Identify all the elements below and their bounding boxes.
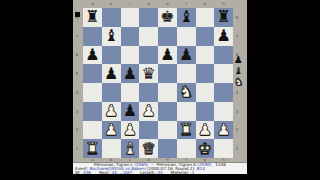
- rank-labels-left: 87654321: [73, 8, 83, 158]
- square-d7[interactable]: [139, 27, 158, 46]
- square-c4[interactable]: [121, 83, 140, 102]
- square-f6[interactable]: ♟: [177, 46, 196, 65]
- square-e5[interactable]: [158, 64, 177, 83]
- square-a8[interactable]: ♜: [83, 8, 102, 27]
- square-e8[interactable]: ♚: [158, 8, 177, 27]
- square-g5[interactable]: [196, 64, 215, 83]
- rank-label-1: 1: [233, 139, 241, 158]
- square-g7[interactable]: [196, 27, 215, 46]
- black-piece: ♟: [160, 46, 174, 64]
- file-label-g: g: [196, 0, 215, 8]
- white-piece: ♟: [198, 121, 212, 139]
- square-f2[interactable]: ♜: [177, 121, 196, 140]
- rank-label-8: 8: [73, 8, 81, 27]
- square-c3[interactable]: ♟: [121, 102, 140, 121]
- square-d5[interactable]: ♛: [139, 64, 158, 83]
- black-piece: ♜: [85, 8, 99, 26]
- square-g3[interactable]: [196, 102, 215, 121]
- black-piece: ♜: [216, 8, 230, 26]
- square-e3[interactable]: [158, 102, 177, 121]
- rank-label-7: 7: [73, 27, 81, 46]
- file-label-b: b: [102, 0, 121, 8]
- info-text: W:: [75, 170, 83, 174]
- white-piece: ♟: [216, 121, 230, 139]
- square-d4[interactable]: [139, 83, 158, 102]
- square-f1[interactable]: [177, 139, 196, 158]
- info-text: Next:: [91, 170, 111, 174]
- square-e2[interactable]: [158, 121, 177, 140]
- white-piece: ♚: [198, 140, 212, 158]
- square-b2[interactable]: ♟: [102, 121, 121, 140]
- rank-label-5: 5: [73, 64, 81, 83]
- square-c7[interactable]: [121, 27, 140, 46]
- square-a7[interactable]: [83, 27, 102, 46]
- square-h5[interactable]: [214, 64, 233, 83]
- square-a4[interactable]: [83, 83, 102, 102]
- square-c6[interactable]: [121, 46, 140, 65]
- square-g8[interactable]: [196, 8, 215, 27]
- black-piece: ♟: [216, 27, 230, 45]
- square-c8[interactable]: [121, 8, 140, 27]
- square-e6[interactable]: ♟: [158, 46, 177, 65]
- square-a3[interactable]: [83, 102, 102, 121]
- square-e1[interactable]: [158, 139, 177, 158]
- rank-label-3: 3: [73, 102, 81, 121]
- square-h6[interactable]: [214, 46, 233, 65]
- rank-label-2: 2: [73, 121, 81, 140]
- captured-material-tray: ♟♝♞: [234, 54, 243, 87]
- square-d3[interactable]: ♟: [139, 102, 158, 121]
- file-label-c: c: [121, 0, 140, 8]
- rank-label-2: 2: [233, 121, 241, 140]
- square-h2[interactable]: ♟: [214, 121, 233, 140]
- info-panel: Petrosian, Tigran L (2565) -- Petrosian,…: [73, 162, 247, 174]
- square-b1[interactable]: [102, 139, 121, 158]
- black-piece: ♟: [85, 46, 99, 64]
- square-g2[interactable]: ♟: [196, 121, 215, 140]
- square-b4[interactable]: [102, 83, 121, 102]
- info-text: 436: [83, 170, 91, 174]
- board-row: 87654321 ♜♚♝♜♝♟♟♟♟♟♟♛♞♟♟♟♟♟♜♟♟♜♝♛♚ ♟♝♞ 8…: [73, 8, 247, 158]
- white-piece: ♝: [123, 140, 137, 158]
- square-b8[interactable]: [102, 8, 121, 27]
- white-piece: ♜: [179, 121, 193, 139]
- video-frame: abcdefgh 87654321 ♜♚♝♜♝♟♟♟♟♟♟♛♞♟♟♟♟♟♜♟♟♜…: [0, 0, 320, 180]
- info-text: -1: [190, 170, 194, 174]
- info-text: Material:: [163, 170, 191, 174]
- info-text: 34. ...Qd7: [111, 170, 132, 174]
- square-c1[interactable]: ♝: [121, 139, 140, 158]
- white-piece: ♟: [141, 102, 155, 120]
- square-f5[interactable]: [177, 64, 196, 83]
- black-piece: ♟: [179, 46, 193, 64]
- square-e4[interactable]: [158, 83, 177, 102]
- rank-label-3: 3: [233, 102, 241, 121]
- black-piece: ♝: [104, 27, 118, 45]
- square-d8[interactable]: [139, 8, 158, 27]
- square-g6[interactable]: [196, 46, 215, 65]
- black-piece: ♛: [141, 65, 155, 83]
- info-text: Length:: [132, 170, 157, 174]
- square-d2[interactable]: [139, 121, 158, 140]
- square-f7[interactable]: [177, 27, 196, 46]
- rank-labels-right: ♟♝♞ 87654321: [233, 8, 247, 158]
- chess-board: ♜♚♝♜♝♟♟♟♟♟♟♛♞♟♟♟♟♟♜♟♟♜♝♛♚: [83, 8, 233, 158]
- square-g4[interactable]: [196, 83, 215, 102]
- rank-label-8: 8: [233, 8, 241, 27]
- square-a5[interactable]: [83, 64, 102, 83]
- square-d1[interactable]: ♛: [139, 139, 158, 158]
- rank-label-6: 6: [73, 46, 81, 65]
- square-h7[interactable]: ♟: [214, 27, 233, 46]
- file-label-d: d: [139, 0, 158, 8]
- square-b7[interactable]: ♝: [102, 27, 121, 46]
- captured-black-pawn-icon: ♟: [234, 54, 243, 65]
- file-label-e: e: [158, 0, 177, 8]
- captured-white-knight-icon: ♞: [234, 76, 243, 87]
- white-piece: ♞: [179, 83, 193, 101]
- black-piece: ♟: [123, 102, 137, 120]
- square-h4[interactable]: [214, 83, 233, 102]
- square-b3[interactable]: ♟: [102, 102, 121, 121]
- white-piece: ♟: [123, 121, 137, 139]
- info-text: 1146: [211, 162, 226, 167]
- square-c5[interactable]: ♟: [121, 64, 140, 83]
- black-piece: ♚: [160, 8, 174, 26]
- rank-label-4: 4: [73, 83, 81, 102]
- file-label-a: a: [83, 0, 102, 8]
- square-h1[interactable]: [214, 139, 233, 158]
- black-piece: ♟: [104, 65, 118, 83]
- square-f4[interactable]: ♞: [177, 83, 196, 102]
- square-a1[interactable]: ♜: [83, 139, 102, 158]
- file-label-h: h: [214, 0, 233, 8]
- rank-label-7: 7: [233, 27, 241, 46]
- square-b5[interactable]: ♟: [102, 64, 121, 83]
- square-c2[interactable]: ♟: [121, 121, 140, 140]
- square-b6[interactable]: [102, 46, 121, 65]
- square-a6[interactable]: ♟: [83, 46, 102, 65]
- file-label-f: f: [177, 0, 196, 8]
- white-piece: ♛: [141, 140, 155, 158]
- file-labels-top: abcdefgh: [73, 0, 247, 8]
- rank-label-1: 1: [73, 139, 81, 158]
- white-piece: ♜: [85, 140, 99, 158]
- square-f8[interactable]: ♝: [177, 8, 196, 27]
- square-h3[interactable]: [214, 102, 233, 121]
- white-piece: ♟: [104, 102, 118, 120]
- square-h8[interactable]: ♜: [214, 8, 233, 27]
- square-a2[interactable]: [83, 121, 102, 140]
- info-text: B13: [197, 166, 205, 171]
- black-piece: ♝: [179, 8, 193, 26]
- chessboard-panel: abcdefgh 87654321 ♜♚♝♜♝♟♟♟♟♟♟♛♞♟♟♟♟♟♜♟♟♜…: [73, 0, 247, 174]
- black-piece: ♟: [123, 65, 137, 83]
- captured-black-bishop-icon: ♝: [234, 65, 243, 76]
- square-g1[interactable]: ♚: [196, 139, 215, 158]
- square-d6[interactable]: [139, 46, 158, 65]
- side-to-move-indicator: [75, 12, 80, 17]
- square-e7[interactable]: [158, 27, 177, 46]
- info-line-3: W: 436 Next: 34. ...Qd7 Length: 34 Mater…: [73, 171, 247, 174]
- white-piece: ♟: [104, 121, 118, 139]
- square-f3[interactable]: [177, 102, 196, 121]
